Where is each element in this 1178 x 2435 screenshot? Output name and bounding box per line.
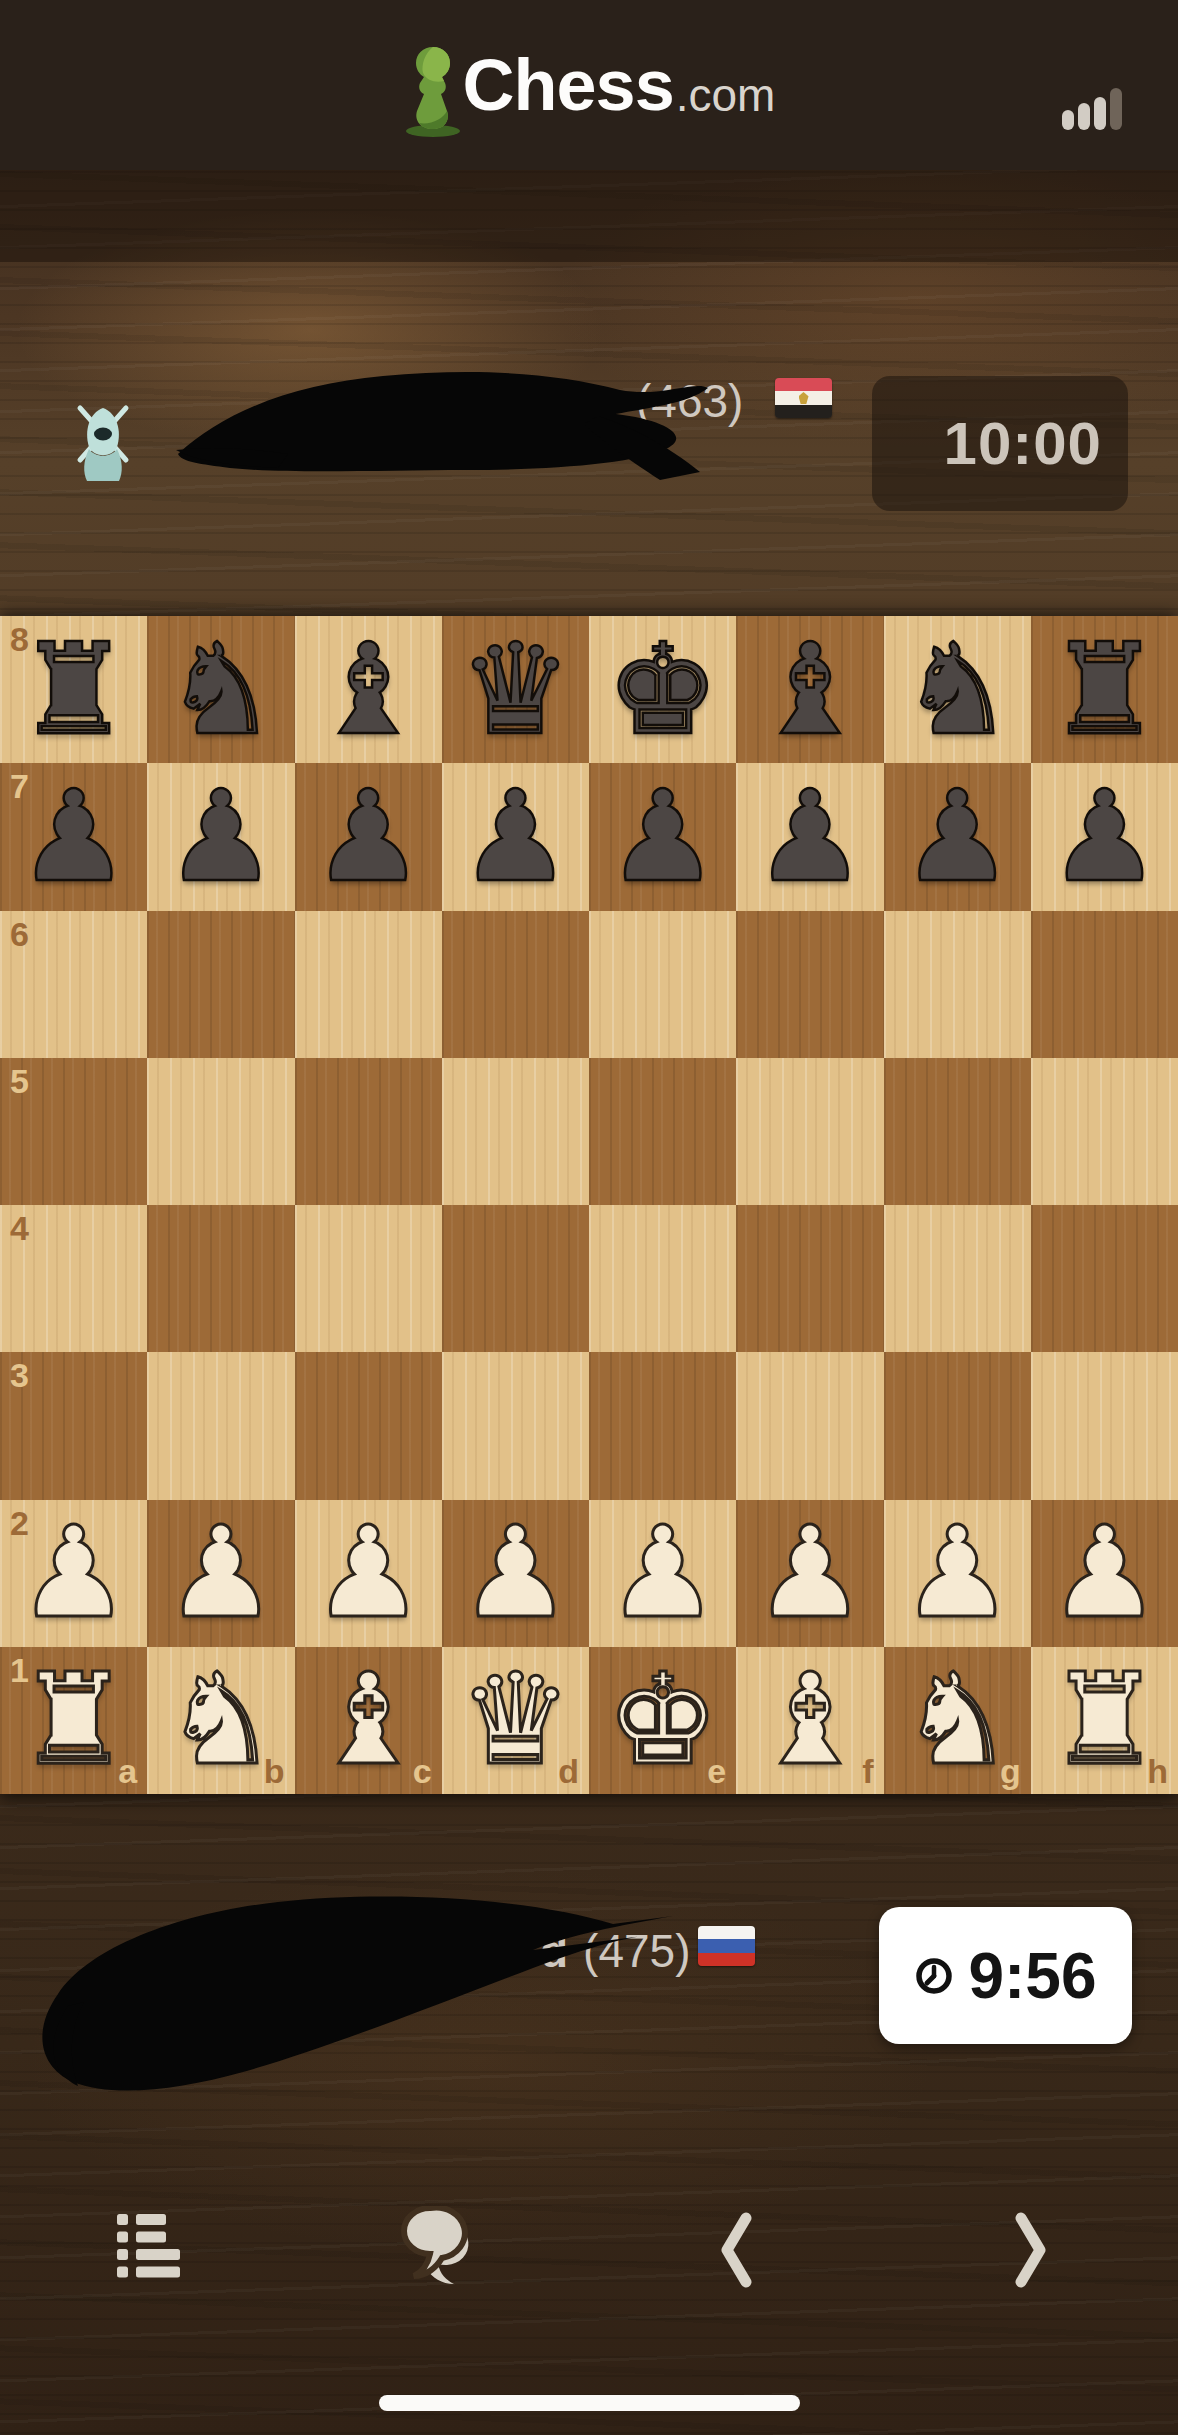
square-d1[interactable]: d♛ [442,1647,589,1794]
square-f1[interactable]: f♝ [736,1647,883,1794]
white-bishop[interactable]: ♝ [312,1657,425,1783]
white-pawn[interactable]: ♟ [312,1510,425,1636]
square-b5[interactable] [147,1058,294,1205]
clock-icon [914,1956,954,1996]
white-pawn[interactable]: ♟ [17,1510,130,1636]
black-knight[interactable]: ♞ [164,627,277,753]
square-e1[interactable]: e♚ [589,1647,736,1794]
chevron-left-icon [718,2212,754,2288]
square-c2[interactable]: ♟ [295,1500,442,1647]
white-bishop[interactable]: ♝ [753,1657,866,1783]
square-a1[interactable]: 1a♜ [0,1647,147,1794]
russia-flag-icon [698,1926,755,1966]
square-d3[interactable] [442,1352,589,1499]
square-d8[interactable]: ♛ [442,616,589,763]
square-b3[interactable] [147,1352,294,1499]
black-pawn[interactable]: ♟ [753,774,866,900]
white-knight[interactable]: ♞ [164,1657,277,1783]
player-name-redaction-scribble [28,1886,688,2104]
square-c8[interactable]: ♝ [295,616,442,763]
square-c4[interactable] [295,1205,442,1352]
black-bishop[interactable]: ♝ [753,627,866,753]
rank-label-1: 1 [10,1653,29,1687]
file-label-d: d [558,1754,579,1788]
square-a2[interactable]: 2♟ [0,1500,147,1647]
square-f8[interactable]: ♝ [736,616,883,763]
square-e2[interactable]: ♟ [589,1500,736,1647]
black-pawn[interactable]: ♟ [164,774,277,900]
square-g8[interactable]: ♞ [884,616,1031,763]
white-rook[interactable]: ♜ [1048,1657,1161,1783]
file-label-b: b [264,1754,285,1788]
square-g4[interactable] [884,1205,1031,1352]
square-a8[interactable]: 8♜ [0,616,147,763]
opponent-avatar[interactable] [74,394,132,482]
black-pawn[interactable]: ♟ [459,774,572,900]
square-e6[interactable] [589,911,736,1058]
square-a3[interactable]: 3 [0,1352,147,1499]
square-a4[interactable]: 4 [0,1205,147,1352]
white-pawn[interactable]: ♟ [459,1510,572,1636]
square-f7[interactable]: ♟ [736,763,883,910]
chat-button[interactable] [400,2206,480,2288]
rank-label-8: 8 [10,622,29,656]
home-indicator-bar[interactable] [379,2395,800,2411]
white-knight[interactable]: ♞ [901,1657,1014,1783]
player-clock-active: 9:56 [879,1907,1132,2044]
black-pawn[interactable]: ♟ [901,774,1014,900]
black-king[interactable]: ♚ [606,627,719,753]
white-pawn[interactable]: ♟ [753,1510,866,1636]
square-c6[interactable] [295,911,442,1058]
square-h2[interactable]: ♟ [1031,1500,1178,1647]
square-f3[interactable] [736,1352,883,1499]
square-e7[interactable]: ♟ [589,763,736,910]
square-c3[interactable] [295,1352,442,1499]
square-a5[interactable]: 5 [0,1058,147,1205]
square-f4[interactable] [736,1205,883,1352]
square-d7[interactable]: ♟ [442,763,589,910]
white-queen[interactable]: ♛ [459,1657,572,1783]
square-d5[interactable] [442,1058,589,1205]
player-clock-time: 9:56 [968,1939,1096,2013]
square-f2[interactable]: ♟ [736,1500,883,1647]
square-f5[interactable] [736,1058,883,1205]
chat-bubbles-icon [400,2206,480,2288]
black-pawn[interactable]: ♟ [1048,774,1161,900]
file-label-e: e [707,1754,726,1788]
egypt-flag-icon [775,378,832,418]
app-screen: Chess .com teo (463) 10:00 8♜♞♝♛♚♝♞♜7♟♟♟… [0,0,1178,2435]
white-rook[interactable]: ♜ [17,1657,130,1783]
black-pawn[interactable]: ♟ [606,774,719,900]
square-h4[interactable] [1031,1205,1178,1352]
chess-board: 8♜♞♝♛♚♝♞♜7♟♟♟♟♟♟♟♟65432♟♟♟♟♟♟♟♟1a♜b♞c♝d♛… [0,616,1178,1794]
white-pawn[interactable]: ♟ [1048,1510,1161,1636]
rank-label-7: 7 [10,769,29,803]
square-f6[interactable] [736,911,883,1058]
square-e3[interactable] [589,1352,736,1499]
rank-label-3: 3 [10,1358,29,1392]
square-e8[interactable]: ♚ [589,616,736,763]
black-knight[interactable]: ♞ [901,627,1014,753]
square-d6[interactable] [442,911,589,1058]
square-g3[interactable] [884,1352,1031,1499]
opponent-clock: 10:00 [872,376,1128,511]
square-a6[interactable]: 6 [0,911,147,1058]
rank-label-6: 6 [10,917,29,951]
signal-bars-icon [1062,86,1126,130]
black-rook[interactable]: ♜ [17,627,130,753]
chevron-right-icon [1013,2212,1049,2288]
square-b7[interactable]: ♟ [147,763,294,910]
file-label-a: a [118,1754,137,1788]
square-c5[interactable] [295,1058,442,1205]
white-pawn[interactable]: ♟ [164,1510,277,1636]
square-g2[interactable]: ♟ [884,1500,1031,1647]
square-b6[interactable] [147,911,294,1058]
square-b1[interactable]: b♞ [147,1647,294,1794]
rank-label-2: 2 [10,1506,29,1540]
logo-text-suffix: .com [676,68,776,122]
black-queen[interactable]: ♛ [459,627,572,753]
square-c7[interactable]: ♟ [295,763,442,910]
wood-shadow-band [0,170,1178,262]
black-pawn[interactable]: ♟ [312,774,425,900]
square-d2[interactable]: ♟ [442,1500,589,1647]
file-label-f: f [862,1754,873,1788]
pawn-logo-icon [403,43,467,137]
move-list-button[interactable] [117,2214,183,2278]
square-g1[interactable]: g♞ [884,1647,1031,1794]
white-pawn[interactable]: ♟ [901,1510,1014,1636]
file-label-g: g [1000,1754,1021,1788]
file-label-h: h [1147,1754,1168,1788]
black-bishop[interactable]: ♝ [312,627,425,753]
opponent-clock-time: 10:00 [944,409,1102,478]
square-e5[interactable] [589,1058,736,1205]
previous-move-button[interactable] [718,2212,754,2288]
top-header-bar: Chess .com [0,0,1178,170]
file-label-c: c [413,1754,432,1788]
opponent-name-redaction-scribble [168,350,713,502]
square-a7[interactable]: 7♟ [0,763,147,910]
logo-text: Chess [463,44,674,126]
square-h3[interactable] [1031,1352,1178,1499]
next-move-button[interactable] [1013,2212,1049,2288]
square-h6[interactable] [1031,911,1178,1058]
chesscom-logo: Chess .com [403,33,776,137]
black-pawn[interactable]: ♟ [17,774,130,900]
square-g7[interactable]: ♟ [884,763,1031,910]
white-king[interactable]: ♚ [606,1657,719,1783]
square-e4[interactable] [589,1205,736,1352]
move-list-icon [117,2214,183,2278]
rank-label-5: 5 [10,1064,29,1098]
square-g6[interactable] [884,911,1031,1058]
square-b4[interactable] [147,1205,294,1352]
square-d4[interactable] [442,1205,589,1352]
square-h7[interactable]: ♟ [1031,763,1178,910]
square-c1[interactable]: c♝ [295,1647,442,1794]
square-h5[interactable] [1031,1058,1178,1205]
square-h1[interactable]: h♜ [1031,1647,1178,1794]
black-rook[interactable]: ♜ [1048,627,1161,753]
square-b8[interactable]: ♞ [147,616,294,763]
white-pawn[interactable]: ♟ [606,1510,719,1636]
square-b2[interactable]: ♟ [147,1500,294,1647]
square-g5[interactable] [884,1058,1031,1205]
square-h8[interactable]: ♜ [1031,616,1178,763]
rank-label-4: 4 [10,1211,29,1245]
